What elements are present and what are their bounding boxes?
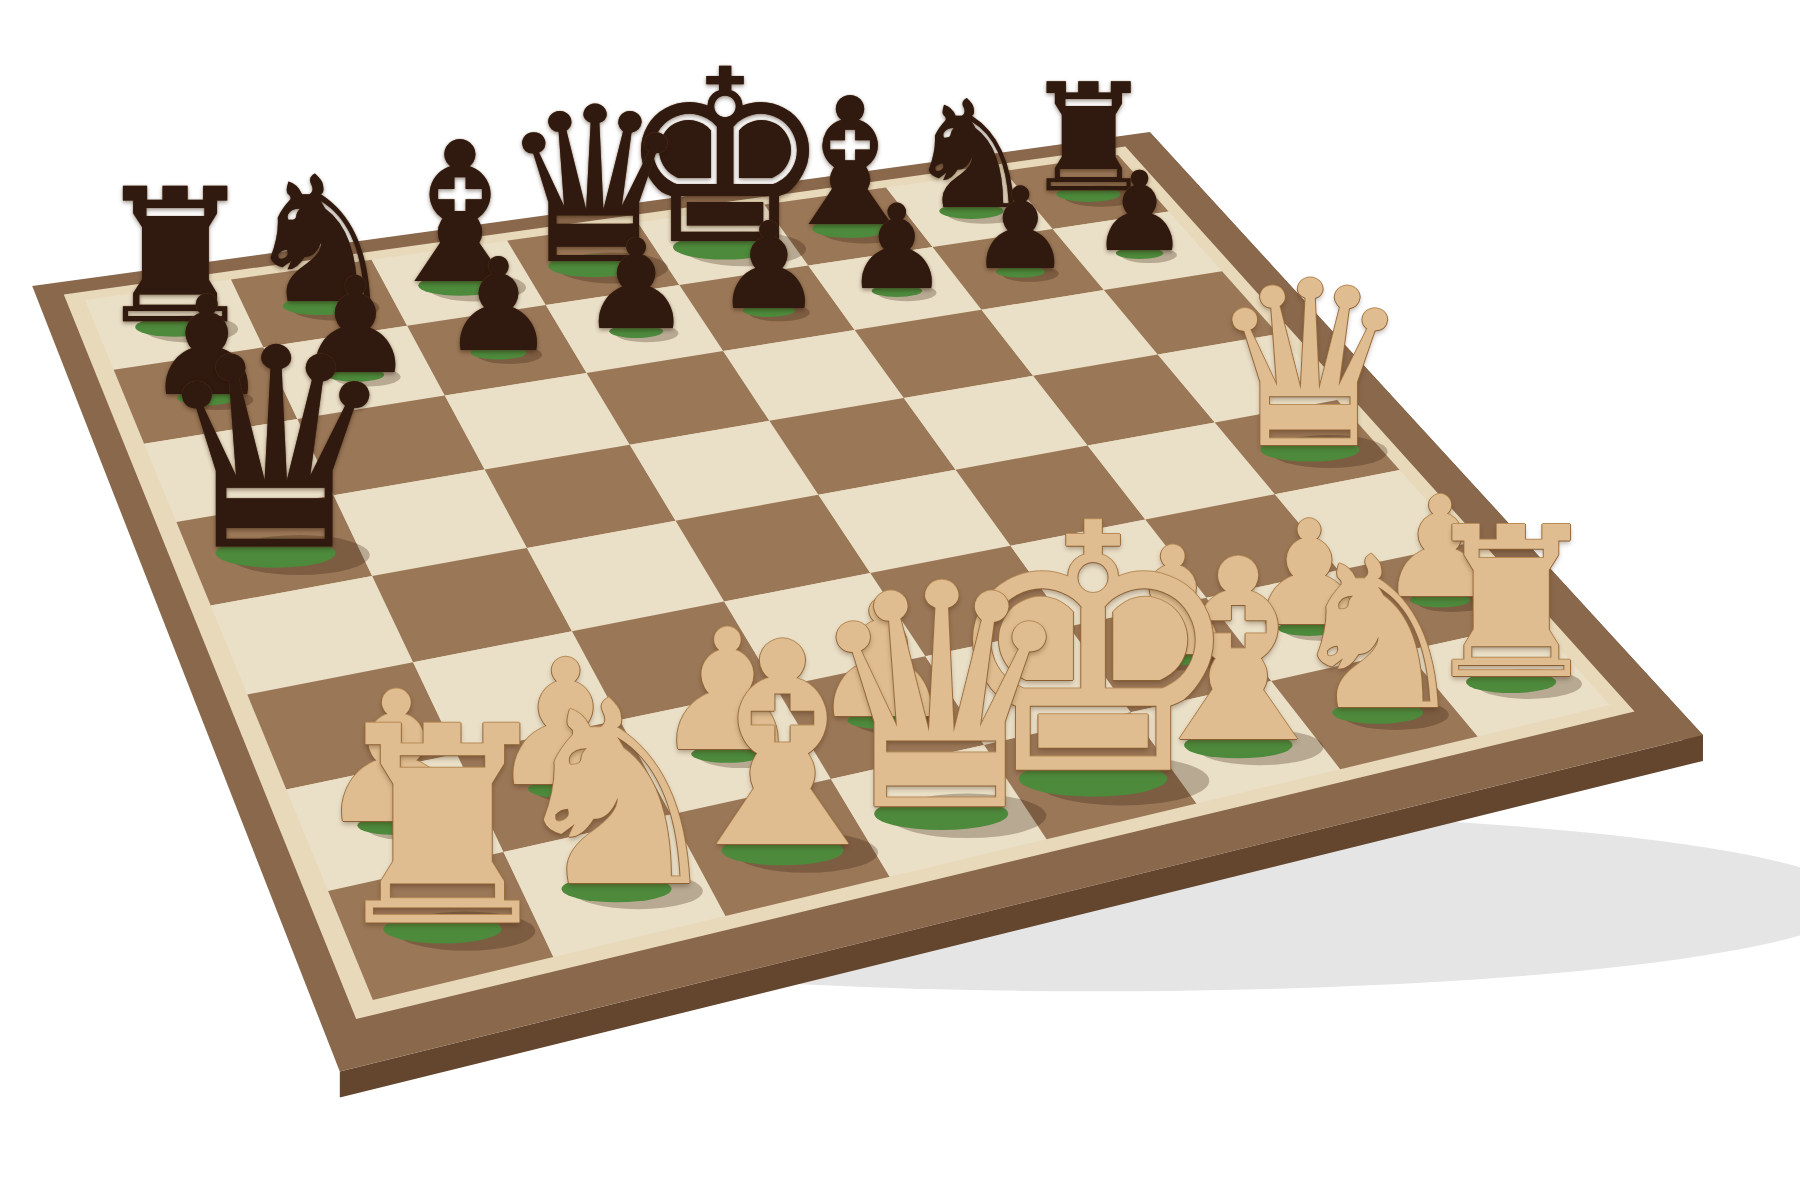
chess-set-photo: ♜♞♝♚♟♛♟♝♟♞♟♜♟♟♟♟♛♛♟♟♟♜♞♟♝♟♚♟♛♟♝♞♜ (0, 0, 1800, 1200)
black-pawn-e7[interactable]: ♟ (715, 206, 823, 327)
black-pawn-g7[interactable]: ♟ (970, 173, 1072, 286)
white-spare-queen-h4[interactable]: ♛ (1207, 250, 1413, 479)
black-pawn-h7[interactable]: ♟ (1090, 157, 1189, 267)
black-pawn-d7[interactable]: ♟ (580, 223, 692, 348)
black-pawn-f7[interactable]: ♟ (844, 189, 949, 306)
white-rook-a1[interactable]: ♜ (320, 691, 565, 964)
black-spare-queen-a5[interactable]: ♛ (151, 312, 400, 590)
black-pawn-c7[interactable]: ♟ (441, 241, 556, 370)
